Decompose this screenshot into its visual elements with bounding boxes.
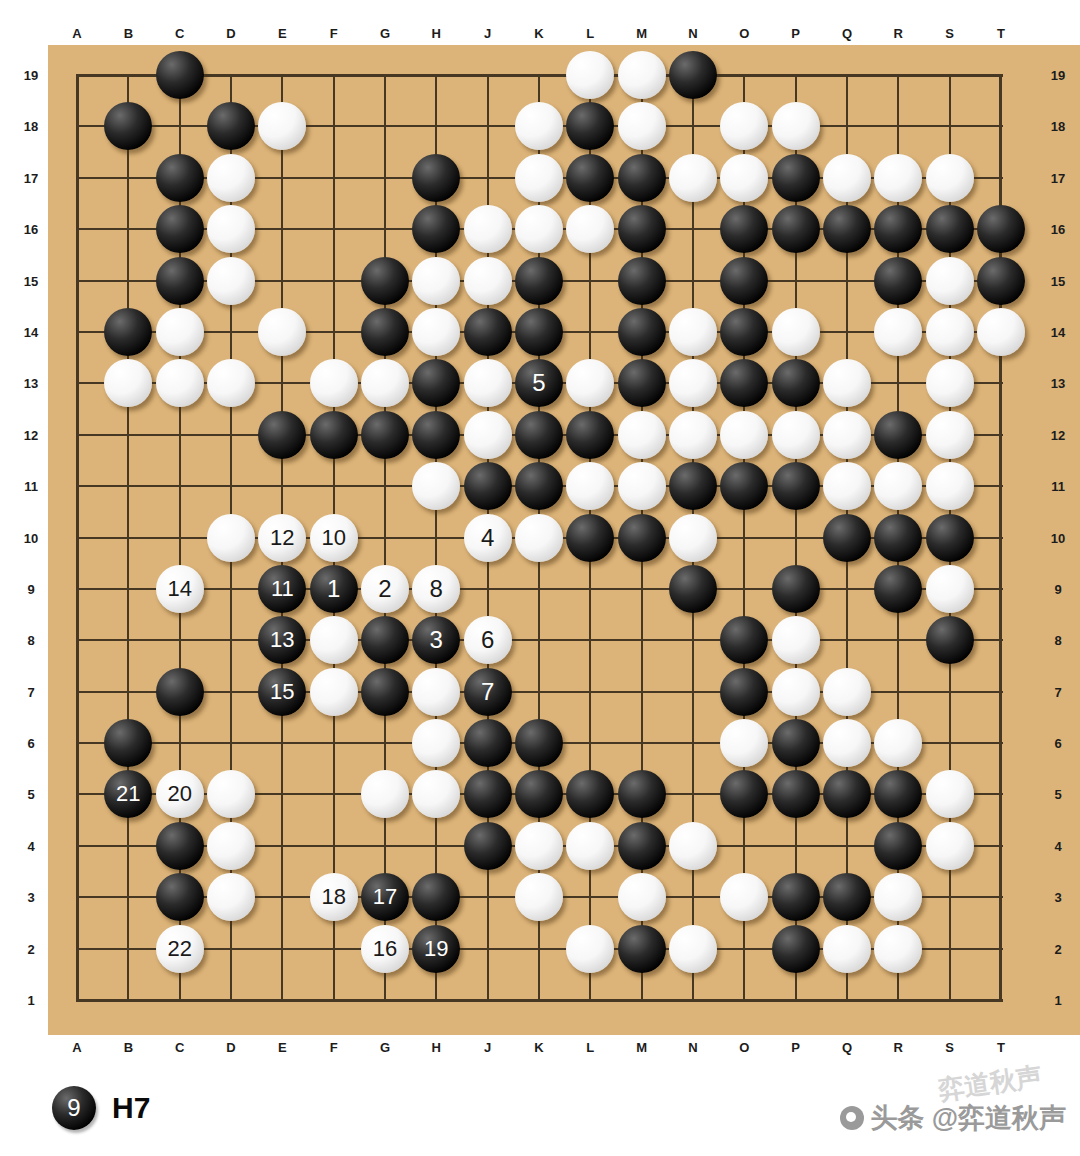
row-label-left: 11: [24, 479, 38, 494]
row-label-right: 18: [1051, 119, 1065, 134]
white-stone-N12: [669, 411, 717, 459]
white-stone-D16: [207, 205, 255, 253]
white-stone-K17: [515, 154, 563, 202]
column-label-bottom: F: [330, 1040, 338, 1055]
black-stone-N11: [669, 462, 717, 510]
row-label-right: 16: [1051, 222, 1065, 237]
white-stone-N14: [669, 308, 717, 356]
column-label-bottom: N: [688, 1040, 697, 1055]
column-label-top: A: [72, 26, 81, 41]
white-stone-G9: 2: [361, 565, 409, 613]
white-stone-H7: [412, 668, 460, 716]
white-stone-S14: [926, 308, 974, 356]
row-label-left: 5: [27, 787, 34, 802]
column-label-top: S: [945, 26, 954, 41]
white-stone-C14: [156, 308, 204, 356]
black-stone-J5: [464, 770, 512, 818]
black-stone-O8: [720, 616, 768, 664]
black-stone-M14: [618, 308, 666, 356]
black-stone-P3: [772, 873, 820, 921]
white-stone-E14: [258, 308, 306, 356]
black-stone-K13: 5: [515, 359, 563, 407]
white-stone-S11: [926, 462, 974, 510]
black-stone-E7: 15: [258, 668, 306, 716]
black-stone-K12: [515, 411, 563, 459]
row-label-right: 7: [1054, 684, 1061, 699]
column-label-bottom: A: [72, 1040, 81, 1055]
black-stone-G14: [361, 308, 409, 356]
column-label-top: M: [636, 26, 647, 41]
column-label-bottom: T: [997, 1040, 1005, 1055]
white-stone-N10: [669, 514, 717, 562]
column-label-bottom: R: [894, 1040, 903, 1055]
black-stone-F12: [310, 411, 358, 459]
column-label-bottom: Q: [842, 1040, 852, 1055]
row-label-right: 1: [1054, 993, 1061, 1008]
black-stone-K6: [515, 719, 563, 767]
black-stone-H8: 3: [412, 616, 460, 664]
black-stone-C19: [156, 51, 204, 99]
white-stone-D3: [207, 873, 255, 921]
black-stone-O14: [720, 308, 768, 356]
row-label-right: 9: [1054, 581, 1061, 596]
row-label-left: 12: [24, 427, 38, 442]
black-stone-K11: [515, 462, 563, 510]
white-stone-L2: [566, 925, 614, 973]
row-label-left: 19: [24, 68, 38, 83]
black-stone-M15: [618, 257, 666, 305]
row-label-left: 8: [27, 633, 34, 648]
column-label-top: D: [226, 26, 235, 41]
white-stone-S15: [926, 257, 974, 305]
white-stone-D4: [207, 822, 255, 870]
white-stone-Q6: [823, 719, 871, 767]
white-stone-P8: [772, 616, 820, 664]
white-stone-M11: [618, 462, 666, 510]
row-label-left: 14: [24, 324, 38, 339]
white-stone-G2: 16: [361, 925, 409, 973]
white-stone-S9: [926, 565, 974, 613]
black-stone-G3: 17: [361, 873, 409, 921]
white-stone-H11: [412, 462, 460, 510]
white-stone-R6: [874, 719, 922, 767]
black-stone-P6: [772, 719, 820, 767]
column-label-top: L: [586, 26, 594, 41]
white-stone-J13: [464, 359, 512, 407]
column-label-bottom: L: [586, 1040, 594, 1055]
black-stone-Q16: [823, 205, 871, 253]
white-stone-O12: [720, 411, 768, 459]
black-stone-R15: [874, 257, 922, 305]
row-label-left: 4: [27, 838, 34, 853]
row-label-right: 3: [1054, 890, 1061, 905]
black-stone-G7: [361, 668, 409, 716]
row-label-left: 17: [24, 170, 38, 185]
move-number-label: 13: [270, 629, 294, 651]
move-number-label: 21: [116, 783, 140, 805]
column-label-top: B: [124, 26, 133, 41]
white-stone-H14: [412, 308, 460, 356]
column-label-bottom: O: [739, 1040, 749, 1055]
black-stone-Q10: [823, 514, 871, 562]
black-stone-B5: 21: [104, 770, 152, 818]
watermark: 弈道秋声 头条 @弈道秋声: [812, 1066, 1072, 1146]
row-label-left: 7: [27, 684, 34, 699]
white-stone-J8: 6: [464, 616, 512, 664]
white-stone-P18: [772, 102, 820, 150]
column-label-top: F: [330, 26, 338, 41]
black-stone-S8: [926, 616, 974, 664]
grid-line-horizontal: [76, 999, 1003, 1002]
white-stone-D10: [207, 514, 255, 562]
move-number-label: 1: [327, 577, 340, 601]
black-stone-Q3: [823, 873, 871, 921]
black-stone-F9: 1: [310, 565, 358, 613]
black-stone-C4: [156, 822, 204, 870]
black-stone-R9: [874, 565, 922, 613]
black-stone-L18: [566, 102, 614, 150]
white-stone-P12: [772, 411, 820, 459]
row-label-right: 12: [1051, 427, 1065, 442]
white-stone-T14: [977, 308, 1025, 356]
column-label-top: P: [791, 26, 800, 41]
white-stone-D15: [207, 257, 255, 305]
row-label-right: 13: [1051, 376, 1065, 391]
white-stone-O3: [720, 873, 768, 921]
row-label-left: 3: [27, 890, 34, 905]
white-stone-Q13: [823, 359, 871, 407]
move-number-label: 20: [167, 783, 191, 805]
black-stone-R12: [874, 411, 922, 459]
black-stone-J11: [464, 462, 512, 510]
column-label-top: J: [484, 26, 491, 41]
black-stone-P13: [772, 359, 820, 407]
move-number-label: 2: [378, 577, 391, 601]
white-stone-H15: [412, 257, 460, 305]
row-label-left: 9: [27, 581, 34, 596]
annotation-move-number: 9: [67, 1094, 80, 1122]
white-stone-M19: [618, 51, 666, 99]
row-label-left: 18: [24, 119, 38, 134]
white-stone-M3: [618, 873, 666, 921]
black-stone-H13: [412, 359, 460, 407]
row-label-right: 8: [1054, 633, 1061, 648]
black-stone-D18: [207, 102, 255, 150]
white-stone-F3: 18: [310, 873, 358, 921]
white-stone-K16: [515, 205, 563, 253]
move-number-label: 15: [270, 681, 294, 703]
white-stone-B13: [104, 359, 152, 407]
white-stone-H5: [412, 770, 460, 818]
black-stone-P17: [772, 154, 820, 202]
move-number-label: 7: [481, 680, 494, 704]
white-stone-C9: 14: [156, 565, 204, 613]
black-stone-O13: [720, 359, 768, 407]
white-stone-Q7: [823, 668, 871, 716]
white-stone-K18: [515, 102, 563, 150]
black-stone-T15: [977, 257, 1025, 305]
column-label-bottom: M: [636, 1040, 647, 1055]
white-stone-H6: [412, 719, 460, 767]
black-stone-O7: [720, 668, 768, 716]
white-stone-R14: [874, 308, 922, 356]
white-stone-D17: [207, 154, 255, 202]
white-stone-M12: [618, 411, 666, 459]
white-stone-S12: [926, 411, 974, 459]
white-stone-R11: [874, 462, 922, 510]
column-label-bottom: E: [278, 1040, 287, 1055]
row-label-left: 6: [27, 736, 34, 751]
row-label-left: 2: [27, 941, 34, 956]
white-stone-G5: [361, 770, 409, 818]
white-stone-J16: [464, 205, 512, 253]
white-stone-Q12: [823, 411, 871, 459]
move-number-label: 12: [270, 527, 294, 549]
column-label-bottom: J: [484, 1040, 491, 1055]
white-stone-P7: [772, 668, 820, 716]
black-stone-G15: [361, 257, 409, 305]
black-stone-H2: 19: [412, 925, 460, 973]
row-label-right: 11: [1051, 479, 1065, 494]
white-stone-F10: 10: [310, 514, 358, 562]
black-stone-R16: [874, 205, 922, 253]
move-number-label: 4: [481, 526, 494, 550]
column-label-top: N: [688, 26, 697, 41]
row-label-right: 10: [1051, 530, 1065, 545]
white-stone-K4: [515, 822, 563, 870]
row-label-left: 15: [24, 273, 38, 288]
move-number-label: 18: [321, 886, 345, 908]
column-label-top: H: [432, 26, 441, 41]
white-stone-L13: [566, 359, 614, 407]
white-stone-Q11: [823, 462, 871, 510]
grid-line-horizontal: [76, 588, 1003, 590]
white-stone-F13: [310, 359, 358, 407]
black-stone-C17: [156, 154, 204, 202]
white-stone-L11: [566, 462, 614, 510]
black-stone-M16: [618, 205, 666, 253]
white-stone-O6: [720, 719, 768, 767]
annotation-black-stone: 9: [52, 1086, 96, 1130]
black-stone-M17: [618, 154, 666, 202]
white-stone-N2: [669, 925, 717, 973]
white-stone-M18: [618, 102, 666, 150]
move-number-label: 10: [321, 527, 345, 549]
black-stone-L10: [566, 514, 614, 562]
black-stone-R4: [874, 822, 922, 870]
black-stone-E9: 11: [258, 565, 306, 613]
watermark-main-text: 头条 @弈道秋声: [870, 1100, 1066, 1136]
white-stone-C5: 20: [156, 770, 204, 818]
column-label-bottom: H: [432, 1040, 441, 1055]
white-stone-H9: 8: [412, 565, 460, 613]
black-stone-P2: [772, 925, 820, 973]
row-label-right: 15: [1051, 273, 1065, 288]
column-label-top: T: [997, 26, 1005, 41]
row-label-right: 19: [1051, 68, 1065, 83]
move-number-label: 17: [373, 886, 397, 908]
black-stone-G12: [361, 411, 409, 459]
black-stone-J14: [464, 308, 512, 356]
white-stone-J15: [464, 257, 512, 305]
column-label-bottom: P: [791, 1040, 800, 1055]
move-number-label: 3: [430, 628, 443, 652]
column-label-top: C: [175, 26, 184, 41]
column-label-top: G: [380, 26, 390, 41]
white-stone-F8: [310, 616, 358, 664]
white-stone-R3: [874, 873, 922, 921]
white-stone-L19: [566, 51, 614, 99]
grid-line-horizontal: [76, 639, 1003, 641]
black-stone-G8: [361, 616, 409, 664]
white-stone-O17: [720, 154, 768, 202]
white-stone-N17: [669, 154, 717, 202]
white-stone-N13: [669, 359, 717, 407]
white-stone-Q17: [823, 154, 871, 202]
black-stone-P11: [772, 462, 820, 510]
white-stone-R17: [874, 154, 922, 202]
black-stone-S16: [926, 205, 974, 253]
row-label-right: 14: [1051, 324, 1065, 339]
column-label-top: Q: [842, 26, 852, 41]
watermark-main: 头条 @弈道秋声: [840, 1100, 1066, 1136]
annotation-coordinate: H7: [112, 1091, 150, 1125]
black-stone-B18: [104, 102, 152, 150]
black-stone-R5: [874, 770, 922, 818]
white-stone-R2: [874, 925, 922, 973]
kifu-diagram: AABBCCDDEEFFGGHHJJKKLLMMNNOOPPQQRRSSTT19…: [0, 0, 1080, 1156]
black-stone-C7: [156, 668, 204, 716]
white-stone-S5: [926, 770, 974, 818]
black-stone-O15: [720, 257, 768, 305]
black-stone-M5: [618, 770, 666, 818]
black-stone-H17: [412, 154, 460, 202]
black-stone-C16: [156, 205, 204, 253]
black-stone-B6: [104, 719, 152, 767]
black-stone-H3: [412, 873, 460, 921]
white-stone-J12: [464, 411, 512, 459]
column-label-top: R: [894, 26, 903, 41]
column-label-top: O: [739, 26, 749, 41]
white-stone-F7: [310, 668, 358, 716]
black-stone-N19: [669, 51, 717, 99]
white-stone-O18: [720, 102, 768, 150]
white-stone-S13: [926, 359, 974, 407]
row-label-left: 10: [24, 530, 38, 545]
black-stone-P16: [772, 205, 820, 253]
white-stone-N4: [669, 822, 717, 870]
black-stone-L12: [566, 411, 614, 459]
black-stone-S10: [926, 514, 974, 562]
black-stone-O11: [720, 462, 768, 510]
white-stone-D5: [207, 770, 255, 818]
row-label-right: 17: [1051, 170, 1065, 185]
black-stone-P5: [772, 770, 820, 818]
black-stone-H16: [412, 205, 460, 253]
white-stone-L4: [566, 822, 614, 870]
white-stone-S17: [926, 154, 974, 202]
move-number-label: 8: [430, 577, 443, 601]
move-number-label: 22: [167, 938, 191, 960]
white-stone-E10: 12: [258, 514, 306, 562]
column-label-top: K: [534, 26, 543, 41]
white-stone-D13: [207, 359, 255, 407]
column-label-top: E: [278, 26, 287, 41]
column-label-bottom: G: [380, 1040, 390, 1055]
black-stone-P9: [772, 565, 820, 613]
black-stone-L17: [566, 154, 614, 202]
black-stone-E12: [258, 411, 306, 459]
column-label-bottom: D: [226, 1040, 235, 1055]
black-stone-B14: [104, 308, 152, 356]
row-label-right: 4: [1054, 838, 1061, 853]
black-stone-M13: [618, 359, 666, 407]
black-stone-H12: [412, 411, 460, 459]
black-stone-J4: [464, 822, 512, 870]
move-number-label: 11: [271, 578, 294, 600]
black-stone-K5: [515, 770, 563, 818]
row-label-left: 16: [24, 222, 38, 237]
black-stone-C3: [156, 873, 204, 921]
column-label-bottom: C: [175, 1040, 184, 1055]
white-stone-Q2: [823, 925, 871, 973]
white-stone-C13: [156, 359, 204, 407]
black-stone-M2: [618, 925, 666, 973]
white-stone-L16: [566, 205, 614, 253]
white-stone-K10: [515, 514, 563, 562]
black-stone-K14: [515, 308, 563, 356]
black-stone-K15: [515, 257, 563, 305]
white-stone-E18: [258, 102, 306, 150]
move-number-label: 5: [532, 371, 545, 395]
move-number-label: 14: [167, 578, 191, 600]
white-stone-J10: 4: [464, 514, 512, 562]
white-stone-C2: 22: [156, 925, 204, 973]
black-stone-Q5: [823, 770, 871, 818]
row-label-right: 5: [1054, 787, 1061, 802]
move-annotation: 9 H7: [52, 1085, 150, 1131]
move-number-label: 6: [481, 628, 494, 652]
column-label-bottom: S: [945, 1040, 954, 1055]
move-number-label: 19: [424, 938, 448, 960]
black-stone-R10: [874, 514, 922, 562]
white-stone-K3: [515, 873, 563, 921]
black-stone-J6: [464, 719, 512, 767]
row-label-left: 13: [24, 376, 38, 391]
black-stone-O5: [720, 770, 768, 818]
black-stone-N9: [669, 565, 717, 613]
toutiao-logo-icon: [840, 1106, 864, 1130]
black-stone-L5: [566, 770, 614, 818]
black-stone-J7: 7: [464, 668, 512, 716]
white-stone-P14: [772, 308, 820, 356]
column-label-bottom: B: [124, 1040, 133, 1055]
black-stone-E8: 13: [258, 616, 306, 664]
column-label-bottom: K: [534, 1040, 543, 1055]
black-stone-O16: [720, 205, 768, 253]
black-stone-T16: [977, 205, 1025, 253]
black-stone-C15: [156, 257, 204, 305]
row-label-right: 6: [1054, 736, 1061, 751]
black-stone-M10: [618, 514, 666, 562]
white-stone-G13: [361, 359, 409, 407]
row-label-left: 1: [27, 993, 34, 1008]
white-stone-S4: [926, 822, 974, 870]
black-stone-M4: [618, 822, 666, 870]
move-number-label: 16: [373, 938, 397, 960]
row-label-right: 2: [1054, 941, 1061, 956]
